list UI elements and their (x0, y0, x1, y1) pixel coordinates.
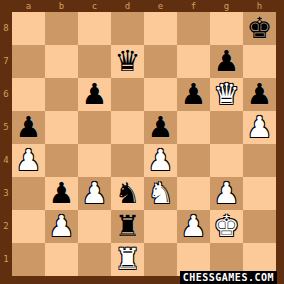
square-d1[interactable]: ♜ (111, 243, 144, 276)
square-h5[interactable]: ♟ (243, 111, 276, 144)
square-a7[interactable] (12, 45, 45, 78)
square-b1[interactable] (45, 243, 78, 276)
square-d2[interactable]: ♜ (111, 210, 144, 243)
black-pawn-e5: ♟ (144, 111, 177, 144)
square-d6[interactable] (111, 78, 144, 111)
square-d3[interactable]: ♞ (111, 177, 144, 210)
white-pawn-g3: ♟ (210, 177, 243, 210)
white-rook-d1: ♜ (111, 243, 144, 276)
square-f6[interactable]: ♟ (177, 78, 210, 111)
square-d4[interactable] (111, 144, 144, 177)
file-label-g: g (210, 0, 243, 12)
black-pawn-f6: ♟ (177, 78, 210, 111)
black-pawn-h6: ♟ (243, 78, 276, 111)
square-g8[interactable] (210, 12, 243, 45)
square-g6[interactable]: ♛ (210, 78, 243, 111)
rank-label-3: 3 (0, 177, 12, 210)
square-f7[interactable] (177, 45, 210, 78)
square-b3[interactable]: ♟ (45, 177, 78, 210)
square-b5[interactable] (45, 111, 78, 144)
square-d7[interactable]: ♛ (111, 45, 144, 78)
black-pawn-a5: ♟ (12, 111, 45, 144)
square-g7[interactable]: ♟ (210, 45, 243, 78)
white-pawn-b2: ♟ (45, 210, 78, 243)
rank-label-5: 5 (0, 111, 12, 144)
white-pawn-f2: ♟ (177, 210, 210, 243)
file-label-d: d (111, 0, 144, 12)
square-c6[interactable]: ♟ (78, 78, 111, 111)
square-g2[interactable]: ♚ (210, 210, 243, 243)
square-h3[interactable] (243, 177, 276, 210)
square-b2[interactable]: ♟ (45, 210, 78, 243)
square-c4[interactable] (78, 144, 111, 177)
square-h4[interactable] (243, 144, 276, 177)
square-f2[interactable]: ♟ (177, 210, 210, 243)
black-rook-d2: ♜ (111, 210, 144, 243)
square-f4[interactable] (177, 144, 210, 177)
square-b8[interactable] (45, 12, 78, 45)
square-e4[interactable]: ♟ (144, 144, 177, 177)
square-a2[interactable] (12, 210, 45, 243)
square-h8[interactable]: ♚ (243, 12, 276, 45)
square-a4[interactable]: ♟ (12, 144, 45, 177)
chess-board: ♚♛♟♟♟♛♟♟♟♟♟♟♟♟♞♞♟♟♜♟♚♜ (12, 12, 276, 276)
black-pawn-g7: ♟ (210, 45, 243, 78)
file-label-f: f (177, 0, 210, 12)
square-c7[interactable] (78, 45, 111, 78)
white-pawn-h5: ♟ (243, 111, 276, 144)
square-c2[interactable] (78, 210, 111, 243)
square-f5[interactable] (177, 111, 210, 144)
square-b6[interactable] (45, 78, 78, 111)
square-e2[interactable] (144, 210, 177, 243)
square-c3[interactable]: ♟ (78, 177, 111, 210)
square-e6[interactable] (144, 78, 177, 111)
square-a6[interactable] (12, 78, 45, 111)
rank-label-8: 8 (0, 12, 12, 45)
rank-label-1: 1 (0, 243, 12, 276)
square-c5[interactable] (78, 111, 111, 144)
black-king-h8: ♚ (243, 12, 276, 45)
black-knight-d3: ♞ (111, 177, 144, 210)
rank-label-7: 7 (0, 45, 12, 78)
rank-label-2: 2 (0, 210, 12, 243)
file-label-c: c (78, 0, 111, 12)
white-king-g2: ♚ (210, 210, 243, 243)
square-f3[interactable] (177, 177, 210, 210)
square-a8[interactable] (12, 12, 45, 45)
square-a5[interactable]: ♟ (12, 111, 45, 144)
file-label-b: b (45, 0, 78, 12)
square-g5[interactable] (210, 111, 243, 144)
black-pawn-c6: ♟ (78, 78, 111, 111)
file-label-e: e (144, 0, 177, 12)
white-pawn-c3: ♟ (78, 177, 111, 210)
file-label-a: a (12, 0, 45, 12)
square-c1[interactable] (78, 243, 111, 276)
square-c8[interactable] (78, 12, 111, 45)
square-g4[interactable] (210, 144, 243, 177)
square-e8[interactable] (144, 12, 177, 45)
chessgames-watermark[interactable]: CHESSGAMES.COM (180, 271, 277, 284)
square-h7[interactable] (243, 45, 276, 78)
square-a3[interactable] (12, 177, 45, 210)
rank-label-4: 4 (0, 144, 12, 177)
rank-labels: 87654321 (0, 12, 12, 276)
square-e1[interactable] (144, 243, 177, 276)
black-queen-d7: ♛ (111, 45, 144, 78)
square-d5[interactable] (111, 111, 144, 144)
square-f8[interactable] (177, 12, 210, 45)
white-pawn-a4: ♟ (12, 144, 45, 177)
square-h2[interactable] (243, 210, 276, 243)
white-knight-e3: ♞ (144, 177, 177, 210)
white-pawn-e4: ♟ (144, 144, 177, 177)
square-e7[interactable] (144, 45, 177, 78)
chess-board-frame: abcdefgh 87654321 ♚♛♟♟♟♛♟♟♟♟♟♟♟♟♞♞♟♟♜♟♚♜… (0, 0, 284, 284)
file-labels: abcdefgh (12, 0, 276, 12)
square-d8[interactable] (111, 12, 144, 45)
square-e3[interactable]: ♞ (144, 177, 177, 210)
square-g3[interactable]: ♟ (210, 177, 243, 210)
square-b4[interactable] (45, 144, 78, 177)
square-a1[interactable] (12, 243, 45, 276)
rank-label-6: 6 (0, 78, 12, 111)
square-b7[interactable] (45, 45, 78, 78)
square-h6[interactable]: ♟ (243, 78, 276, 111)
white-queen-g6: ♛ (210, 78, 243, 111)
square-e5[interactable]: ♟ (144, 111, 177, 144)
black-pawn-b3: ♟ (45, 177, 78, 210)
